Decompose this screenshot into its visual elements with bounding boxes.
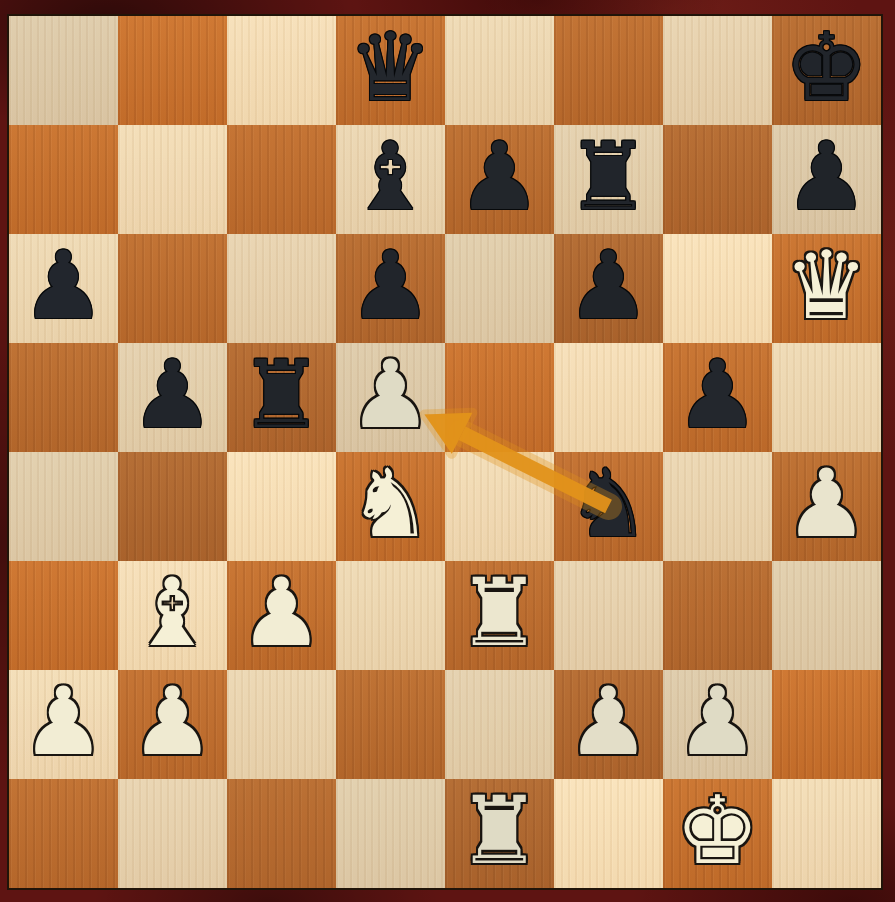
white-rook[interactable]: ♜ — [457, 566, 541, 660]
square-c4[interactable] — [227, 452, 336, 561]
square-h3[interactable] — [772, 561, 881, 670]
square-e5[interactable] — [445, 343, 554, 452]
square-b5[interactable]: ♟ — [118, 343, 227, 452]
white-knight[interactable]: ♞ — [348, 457, 432, 551]
square-g6[interactable] — [663, 234, 772, 343]
white-bishop[interactable]: ♝ — [130, 566, 214, 660]
square-e3[interactable]: ♜ — [445, 561, 554, 670]
black-pawn[interactable]: ♟ — [21, 239, 105, 333]
board-frame: ♛♚♝♟♜♟♟♟♟♛♟♜♟♟♞♞♟♝♟♜♟♟♟♟♜♚ — [0, 0, 895, 902]
black-queen[interactable]: ♛ — [348, 21, 432, 115]
white-king[interactable]: ♚ — [675, 784, 759, 878]
square-h2[interactable] — [772, 670, 881, 779]
black-rook[interactable]: ♜ — [239, 348, 323, 442]
square-b8[interactable] — [118, 16, 227, 125]
square-h1[interactable] — [772, 779, 881, 888]
square-f5[interactable] — [554, 343, 663, 452]
square-h6[interactable]: ♛ — [772, 234, 881, 343]
square-a1[interactable] — [9, 779, 118, 888]
white-pawn[interactable]: ♟ — [675, 675, 759, 769]
square-a3[interactable] — [9, 561, 118, 670]
chess-board: ♛♚♝♟♜♟♟♟♟♛♟♜♟♟♞♞♟♝♟♜♟♟♟♟♜♚ — [7, 14, 883, 890]
black-pawn[interactable]: ♟ — [566, 239, 650, 333]
square-h8[interactable]: ♚ — [772, 16, 881, 125]
square-a8[interactable] — [9, 16, 118, 125]
square-a4[interactable] — [9, 452, 118, 561]
square-c8[interactable] — [227, 16, 336, 125]
square-h5[interactable] — [772, 343, 881, 452]
square-d8[interactable]: ♛ — [336, 16, 445, 125]
square-d1[interactable] — [336, 779, 445, 888]
square-g8[interactable] — [663, 16, 772, 125]
square-h7[interactable]: ♟ — [772, 125, 881, 234]
square-a7[interactable] — [9, 125, 118, 234]
square-b1[interactable] — [118, 779, 227, 888]
square-c2[interactable] — [227, 670, 336, 779]
square-f7[interactable]: ♜ — [554, 125, 663, 234]
square-f3[interactable] — [554, 561, 663, 670]
square-f6[interactable]: ♟ — [554, 234, 663, 343]
black-rook[interactable]: ♜ — [566, 130, 650, 224]
square-e8[interactable] — [445, 16, 554, 125]
square-f2[interactable]: ♟ — [554, 670, 663, 779]
white-pawn[interactable]: ♟ — [348, 348, 432, 442]
square-d6[interactable]: ♟ — [336, 234, 445, 343]
black-pawn[interactable]: ♟ — [675, 348, 759, 442]
square-d7[interactable]: ♝ — [336, 125, 445, 234]
square-c6[interactable] — [227, 234, 336, 343]
black-pawn[interactable]: ♟ — [457, 130, 541, 224]
black-pawn[interactable]: ♟ — [784, 130, 868, 224]
square-d3[interactable] — [336, 561, 445, 670]
square-c3[interactable]: ♟ — [227, 561, 336, 670]
square-e1[interactable]: ♜ — [445, 779, 554, 888]
square-b4[interactable] — [118, 452, 227, 561]
square-b2[interactable]: ♟ — [118, 670, 227, 779]
square-d4[interactable]: ♞ — [336, 452, 445, 561]
square-b3[interactable]: ♝ — [118, 561, 227, 670]
white-pawn[interactable]: ♟ — [130, 675, 214, 769]
square-g4[interactable] — [663, 452, 772, 561]
square-c7[interactable] — [227, 125, 336, 234]
white-queen[interactable]: ♛ — [784, 239, 868, 333]
white-pawn[interactable]: ♟ — [21, 675, 105, 769]
square-a2[interactable]: ♟ — [9, 670, 118, 779]
square-g2[interactable]: ♟ — [663, 670, 772, 779]
square-g3[interactable] — [663, 561, 772, 670]
square-e4[interactable] — [445, 452, 554, 561]
black-king[interactable]: ♚ — [784, 21, 868, 115]
square-d5[interactable]: ♟ — [336, 343, 445, 452]
square-e6[interactable] — [445, 234, 554, 343]
square-f8[interactable] — [554, 16, 663, 125]
black-pawn[interactable]: ♟ — [130, 348, 214, 442]
square-b6[interactable] — [118, 234, 227, 343]
white-rook[interactable]: ♜ — [457, 784, 541, 878]
square-a5[interactable] — [9, 343, 118, 452]
square-g5[interactable]: ♟ — [663, 343, 772, 452]
square-e7[interactable]: ♟ — [445, 125, 554, 234]
black-knight[interactable]: ♞ — [566, 457, 650, 551]
white-pawn[interactable]: ♟ — [566, 675, 650, 769]
black-pawn[interactable]: ♟ — [348, 239, 432, 333]
square-a6[interactable]: ♟ — [9, 234, 118, 343]
square-g7[interactable] — [663, 125, 772, 234]
white-pawn[interactable]: ♟ — [239, 566, 323, 660]
square-h4[interactable]: ♟ — [772, 452, 881, 561]
square-b7[interactable] — [118, 125, 227, 234]
square-g1[interactable]: ♚ — [663, 779, 772, 888]
square-d2[interactable] — [336, 670, 445, 779]
black-bishop[interactable]: ♝ — [348, 130, 432, 224]
square-c1[interactable] — [227, 779, 336, 888]
white-pawn[interactable]: ♟ — [784, 457, 868, 551]
square-e2[interactable] — [445, 670, 554, 779]
square-f1[interactable] — [554, 779, 663, 888]
square-c5[interactable]: ♜ — [227, 343, 336, 452]
square-f4[interactable]: ♞ — [554, 452, 663, 561]
